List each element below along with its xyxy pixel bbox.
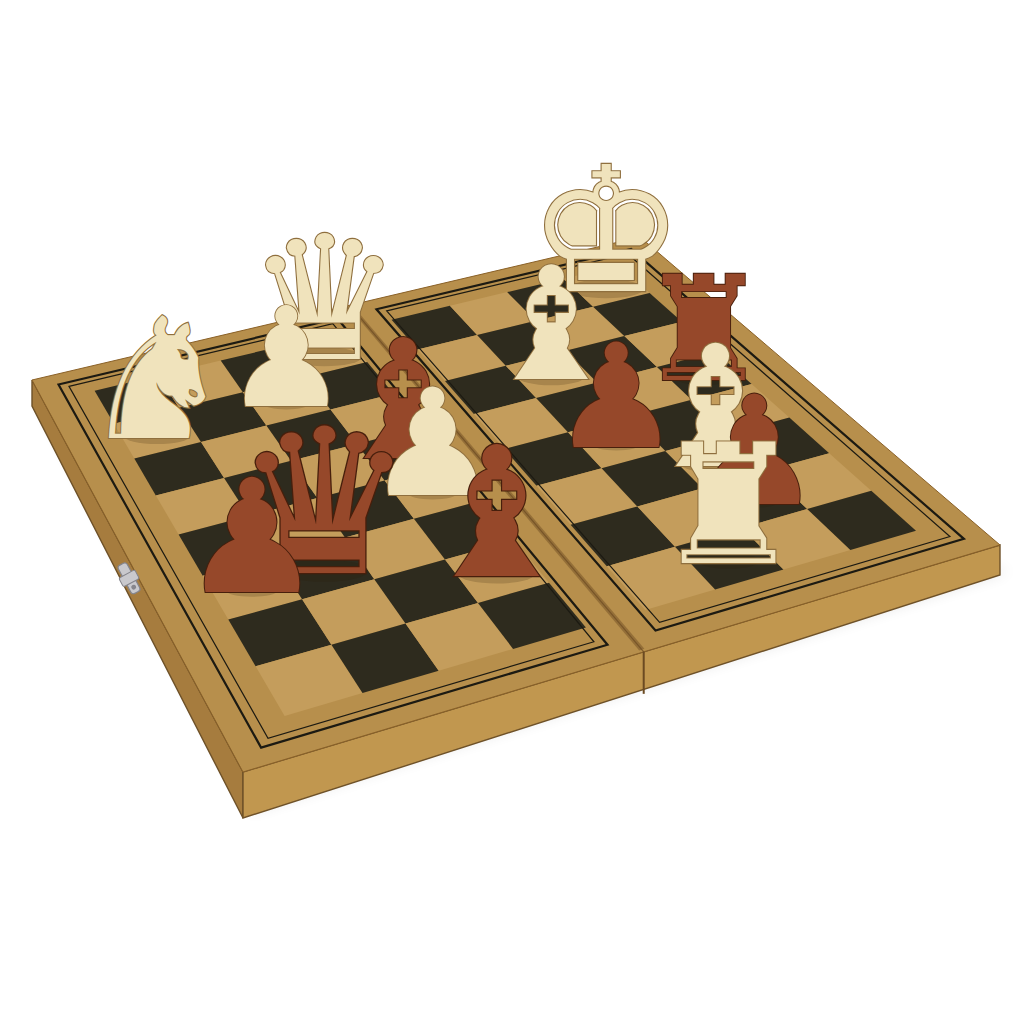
chessboard-scene: ♚♛♝♜♟♞♟♝♝♟♟♜♛♝♟ bbox=[0, 0, 1024, 1024]
piece-black-pawn-a3[interactable]: ♟ bbox=[181, 445, 323, 629]
piece-white-rook-f1[interactable]: ♜ bbox=[654, 409, 803, 602]
chess-set-photo: ♚♛♝♜♟♞♟♝♝♟♟♜♛♝♟ bbox=[0, 0, 1024, 1024]
piece-black-bishop-d2[interactable]: ♝ bbox=[415, 408, 577, 619]
